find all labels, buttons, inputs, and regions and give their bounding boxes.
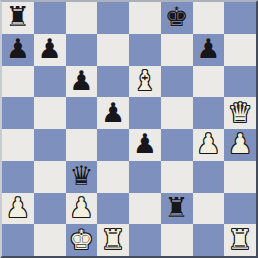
white-rook-d1: ♜ <box>101 226 125 253</box>
square-a2[interactable]: ♟ <box>2 193 34 225</box>
square-c7[interactable] <box>66 34 98 66</box>
white-pawn-c2: ♟ <box>69 194 93 221</box>
square-b8[interactable] <box>34 2 66 34</box>
square-d8[interactable] <box>97 2 129 34</box>
square-h3[interactable] <box>224 161 256 193</box>
square-a6[interactable] <box>2 66 34 98</box>
square-g5[interactable] <box>193 97 225 129</box>
black-pawn-d5: ♟ <box>101 99 125 126</box>
chess-board: ♜♚♟♟♟♟♝♟♛♟♟♟♛♟♟♜♚♜♜ <box>0 0 258 258</box>
white-pawn-a2: ♟ <box>6 194 30 221</box>
square-e2[interactable] <box>129 193 161 225</box>
black-pawn-e4: ♟ <box>133 130 157 157</box>
black-rook-f2: ♜ <box>165 194 189 221</box>
square-c8[interactable] <box>66 2 98 34</box>
black-pawn-g7: ♟ <box>196 35 220 62</box>
square-h1[interactable]: ♜ <box>224 224 256 256</box>
square-b3[interactable] <box>34 161 66 193</box>
square-e4[interactable]: ♟ <box>129 129 161 161</box>
square-h2[interactable] <box>224 193 256 225</box>
white-king-c1: ♚ <box>69 226 93 253</box>
square-g8[interactable] <box>193 2 225 34</box>
square-d4[interactable] <box>97 129 129 161</box>
square-f2[interactable]: ♜ <box>161 193 193 225</box>
square-e6[interactable]: ♝ <box>129 66 161 98</box>
black-pawn-c6: ♟ <box>69 67 93 94</box>
square-d2[interactable] <box>97 193 129 225</box>
square-a4[interactable] <box>2 129 34 161</box>
square-g1[interactable] <box>193 224 225 256</box>
white-pawn-g4: ♟ <box>196 130 220 157</box>
square-c3[interactable]: ♛ <box>66 161 98 193</box>
square-c1[interactable]: ♚ <box>66 224 98 256</box>
square-c5[interactable] <box>66 97 98 129</box>
square-a7[interactable]: ♟ <box>2 34 34 66</box>
black-king-f8: ♚ <box>165 3 189 30</box>
square-d7[interactable] <box>97 34 129 66</box>
square-a8[interactable]: ♜ <box>2 2 34 34</box>
square-f4[interactable] <box>161 129 193 161</box>
white-pawn-h4: ♟ <box>228 130 252 157</box>
square-g7[interactable]: ♟ <box>193 34 225 66</box>
square-b7[interactable]: ♟ <box>34 34 66 66</box>
square-h6[interactable] <box>224 66 256 98</box>
chess-board-grid: ♜♚♟♟♟♟♝♟♛♟♟♟♛♟♟♜♚♜♜ <box>2 2 256 256</box>
square-h4[interactable]: ♟ <box>224 129 256 161</box>
square-h8[interactable] <box>224 2 256 34</box>
square-e5[interactable] <box>129 97 161 129</box>
black-rook-a8: ♜ <box>6 3 30 30</box>
square-b2[interactable] <box>34 193 66 225</box>
square-e3[interactable] <box>129 161 161 193</box>
square-g4[interactable]: ♟ <box>193 129 225 161</box>
square-h7[interactable] <box>224 34 256 66</box>
square-a3[interactable] <box>2 161 34 193</box>
square-b1[interactable] <box>34 224 66 256</box>
black-pawn-b7: ♟ <box>38 35 62 62</box>
white-rook-h1: ♜ <box>228 226 252 253</box>
square-g2[interactable] <box>193 193 225 225</box>
square-c6[interactable]: ♟ <box>66 66 98 98</box>
square-a5[interactable] <box>2 97 34 129</box>
square-f7[interactable] <box>161 34 193 66</box>
square-f8[interactable]: ♚ <box>161 2 193 34</box>
square-h5[interactable]: ♛ <box>224 97 256 129</box>
black-queen-c3: ♛ <box>69 162 93 189</box>
square-e1[interactable] <box>129 224 161 256</box>
square-g3[interactable] <box>193 161 225 193</box>
white-queen-h5: ♛ <box>228 99 252 126</box>
square-f6[interactable] <box>161 66 193 98</box>
square-g6[interactable] <box>193 66 225 98</box>
square-d5[interactable]: ♟ <box>97 97 129 129</box>
white-bishop-e6: ♝ <box>133 67 157 94</box>
square-e8[interactable] <box>129 2 161 34</box>
square-e7[interactable] <box>129 34 161 66</box>
square-a1[interactable] <box>2 224 34 256</box>
square-d3[interactable] <box>97 161 129 193</box>
square-b5[interactable] <box>34 97 66 129</box>
square-f5[interactable] <box>161 97 193 129</box>
square-d6[interactable] <box>97 66 129 98</box>
square-c2[interactable]: ♟ <box>66 193 98 225</box>
black-pawn-a7: ♟ <box>6 35 30 62</box>
square-f1[interactable] <box>161 224 193 256</box>
square-c4[interactable] <box>66 129 98 161</box>
square-b6[interactable] <box>34 66 66 98</box>
square-d1[interactable]: ♜ <box>97 224 129 256</box>
square-b4[interactable] <box>34 129 66 161</box>
square-f3[interactable] <box>161 161 193 193</box>
